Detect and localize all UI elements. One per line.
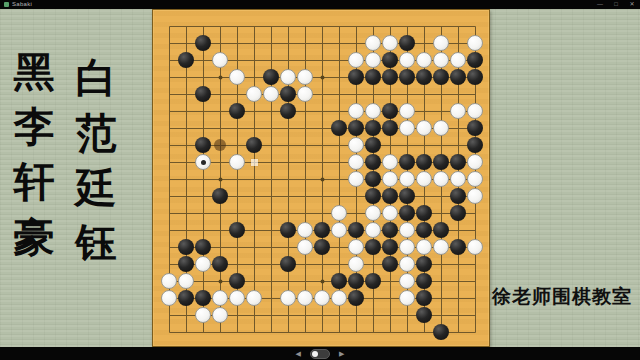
white-stone bbox=[365, 52, 381, 68]
black-stone bbox=[416, 273, 432, 289]
white-stone bbox=[348, 154, 364, 170]
black-stone bbox=[229, 103, 245, 119]
white-stone bbox=[399, 222, 415, 238]
black-stone bbox=[467, 52, 483, 68]
white-stone bbox=[348, 256, 364, 272]
white-stone bbox=[467, 171, 483, 187]
white-stone bbox=[297, 69, 313, 85]
black-name-char-3: 豪 bbox=[14, 217, 55, 258]
white-stone bbox=[382, 35, 398, 51]
white-stone bbox=[433, 120, 449, 136]
white-stone bbox=[246, 290, 262, 306]
white-name-char-0: 白 bbox=[76, 58, 117, 99]
black-stone bbox=[365, 273, 381, 289]
black-stone bbox=[467, 137, 483, 153]
white-stone bbox=[365, 103, 381, 119]
black-stone bbox=[178, 290, 194, 306]
black-stone bbox=[467, 69, 483, 85]
black-stone bbox=[416, 69, 432, 85]
black-stone bbox=[178, 256, 194, 272]
black-stone bbox=[433, 324, 449, 340]
white-stone bbox=[297, 239, 313, 255]
white-stone bbox=[297, 290, 313, 306]
black-stone bbox=[314, 239, 330, 255]
white-stone bbox=[195, 307, 211, 323]
black-stone bbox=[450, 154, 466, 170]
white-stone bbox=[348, 137, 364, 153]
black-stone bbox=[280, 86, 296, 102]
white-stone bbox=[467, 35, 483, 51]
white-stone bbox=[399, 290, 415, 306]
black-stone bbox=[416, 256, 432, 272]
black-stone bbox=[280, 103, 296, 119]
white-stone bbox=[161, 273, 177, 289]
bottom-toolbar: ◀ ▶ bbox=[0, 347, 640, 360]
black-name-char-0: 黑 bbox=[14, 52, 55, 93]
black-stone bbox=[195, 86, 211, 102]
white-stone bbox=[178, 273, 194, 289]
black-stone bbox=[348, 273, 364, 289]
white-name-char-1: 范 bbox=[76, 113, 117, 154]
black-stone bbox=[416, 205, 432, 221]
black-name-char-2: 轩 bbox=[14, 162, 55, 203]
white-stone bbox=[433, 171, 449, 187]
white-stone bbox=[280, 69, 296, 85]
black-stone bbox=[399, 154, 415, 170]
white-stone bbox=[416, 171, 432, 187]
white-stone bbox=[212, 307, 228, 323]
white-stone bbox=[399, 171, 415, 187]
white-stone bbox=[229, 69, 245, 85]
black-stone bbox=[280, 222, 296, 238]
white-stone bbox=[382, 154, 398, 170]
white-stone bbox=[399, 239, 415, 255]
white-stone bbox=[399, 273, 415, 289]
black-stone bbox=[365, 120, 381, 136]
white-stone bbox=[450, 171, 466, 187]
white-stone bbox=[348, 239, 364, 255]
white-stone bbox=[399, 256, 415, 272]
app-icon bbox=[4, 2, 9, 7]
white-stone bbox=[433, 35, 449, 51]
white-stone bbox=[331, 205, 347, 221]
black-stone bbox=[416, 154, 432, 170]
black-stone bbox=[450, 188, 466, 204]
white-stone bbox=[433, 52, 449, 68]
black-stone bbox=[382, 239, 398, 255]
white-stone bbox=[297, 86, 313, 102]
black-stone bbox=[212, 188, 228, 204]
black-stone bbox=[382, 256, 398, 272]
black-stone bbox=[263, 69, 279, 85]
white-stone bbox=[195, 256, 211, 272]
black-stone bbox=[195, 137, 211, 153]
black-stone bbox=[365, 137, 381, 153]
white-stone bbox=[212, 52, 228, 68]
next-move-icon[interactable]: ▶ bbox=[339, 347, 344, 360]
white-stone bbox=[280, 290, 296, 306]
white-name-char-2: 廷 bbox=[76, 168, 117, 209]
black-stone bbox=[365, 69, 381, 85]
black-name-char-1: 李 bbox=[14, 107, 55, 148]
title-bar: Sabaki — □ ✕ bbox=[0, 0, 640, 9]
black-stone bbox=[178, 239, 194, 255]
ghost-stone-marker bbox=[214, 139, 226, 151]
black-stone bbox=[331, 273, 347, 289]
white-stone bbox=[450, 103, 466, 119]
white-stone bbox=[229, 290, 245, 306]
black-stone bbox=[399, 69, 415, 85]
close-button[interactable]: ✕ bbox=[624, 0, 640, 9]
go-board[interactable] bbox=[152, 9, 490, 347]
black-stone bbox=[229, 273, 245, 289]
black-stone bbox=[195, 290, 211, 306]
minimize-button[interactable]: — bbox=[592, 0, 608, 9]
black-stone bbox=[382, 188, 398, 204]
white-name-char-3: 钰 bbox=[76, 223, 117, 264]
white-stone bbox=[212, 290, 228, 306]
white-stone bbox=[314, 290, 330, 306]
white-stone bbox=[348, 171, 364, 187]
black-stone bbox=[416, 290, 432, 306]
black-stone bbox=[365, 171, 381, 187]
black-stone bbox=[280, 256, 296, 272]
white-stone bbox=[467, 154, 483, 170]
white-stone bbox=[348, 52, 364, 68]
square-marker bbox=[251, 159, 258, 166]
white-stone bbox=[348, 103, 364, 119]
white-stone bbox=[382, 205, 398, 221]
black-stone bbox=[416, 307, 432, 323]
black-stone bbox=[416, 222, 432, 238]
white-stone bbox=[229, 154, 245, 170]
white-stone bbox=[467, 239, 483, 255]
black-stone bbox=[195, 35, 211, 51]
white-stone bbox=[399, 52, 415, 68]
black-stone bbox=[399, 35, 415, 51]
white-stone bbox=[416, 52, 432, 68]
black-stone bbox=[433, 222, 449, 238]
black-stone bbox=[365, 239, 381, 255]
white-stone bbox=[450, 52, 466, 68]
white-stone bbox=[365, 205, 381, 221]
black-stone bbox=[382, 120, 398, 136]
maximize-button[interactable]: □ bbox=[608, 0, 624, 9]
black-stone bbox=[450, 69, 466, 85]
white-stone bbox=[297, 222, 313, 238]
black-stone bbox=[246, 137, 262, 153]
toggle-knob-icon bbox=[312, 351, 318, 357]
black-stone bbox=[382, 69, 398, 85]
black-stone bbox=[348, 69, 364, 85]
black-stone bbox=[433, 154, 449, 170]
white-stone bbox=[331, 290, 347, 306]
white-stone bbox=[246, 86, 262, 102]
black-stone bbox=[467, 120, 483, 136]
white-player-label: 白范廷钰 bbox=[72, 58, 120, 264]
black-player-label: 黑李轩豪 bbox=[10, 52, 58, 258]
classroom-caption: 徐老师围棋教室 bbox=[492, 284, 632, 310]
white-stone bbox=[263, 86, 279, 102]
white-stone bbox=[433, 239, 449, 255]
black-stone bbox=[178, 52, 194, 68]
black-stone bbox=[348, 290, 364, 306]
white-stone bbox=[467, 188, 483, 204]
black-stone bbox=[195, 239, 211, 255]
white-stone bbox=[382, 171, 398, 187]
white-stone bbox=[399, 103, 415, 119]
white-stone bbox=[399, 120, 415, 136]
black-stone bbox=[365, 154, 381, 170]
black-stone bbox=[433, 69, 449, 85]
player-toggle[interactable] bbox=[310, 349, 330, 359]
black-stone bbox=[382, 52, 398, 68]
black-stone bbox=[399, 188, 415, 204]
last-move-marker bbox=[201, 160, 206, 165]
white-stone bbox=[416, 120, 432, 136]
black-stone bbox=[399, 205, 415, 221]
white-stone bbox=[467, 103, 483, 119]
white-stone bbox=[365, 222, 381, 238]
black-stone bbox=[212, 256, 228, 272]
black-stone bbox=[348, 222, 364, 238]
white-stone bbox=[161, 290, 177, 306]
black-stone bbox=[382, 222, 398, 238]
black-stone bbox=[229, 222, 245, 238]
black-stone bbox=[348, 120, 364, 136]
black-stone bbox=[450, 239, 466, 255]
white-stone bbox=[416, 239, 432, 255]
white-stone bbox=[365, 35, 381, 51]
window-title: Sabaki bbox=[12, 0, 32, 9]
black-stone bbox=[450, 205, 466, 221]
prev-move-icon[interactable]: ◀ bbox=[296, 347, 301, 360]
black-stone bbox=[382, 103, 398, 119]
black-stone bbox=[365, 188, 381, 204]
black-stone bbox=[331, 120, 347, 136]
black-stone bbox=[314, 222, 330, 238]
white-stone bbox=[331, 222, 347, 238]
